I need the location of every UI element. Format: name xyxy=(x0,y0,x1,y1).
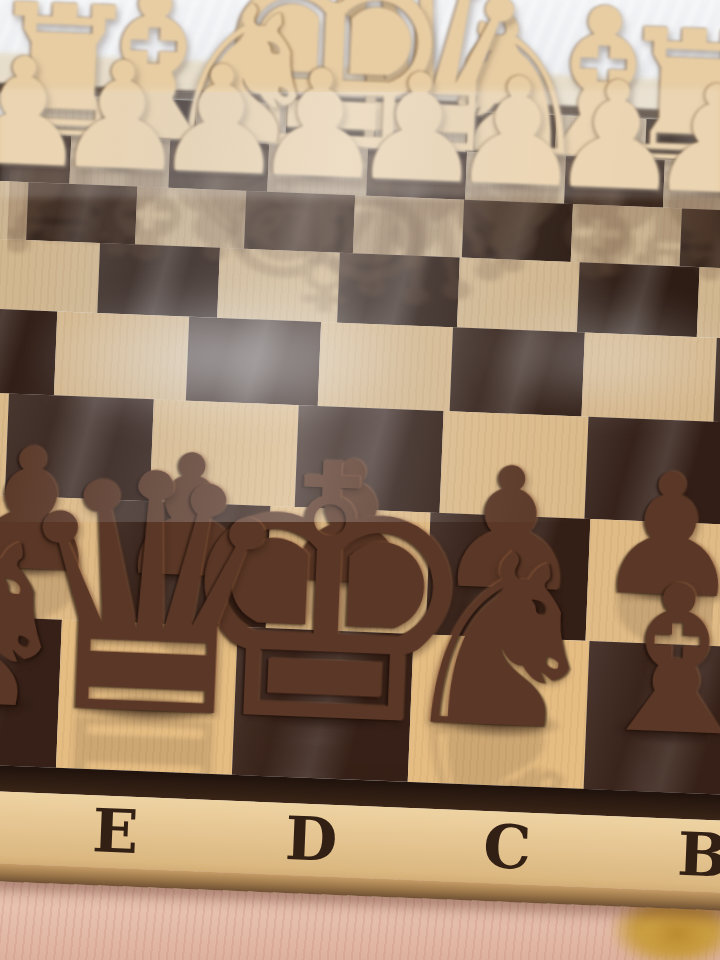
file-label-d: D xyxy=(268,804,355,873)
piece-white-king-e1: ♚ xyxy=(189,0,479,194)
piece-white-bishop-g1: ♝ xyxy=(46,0,261,174)
file-label-e: E xyxy=(72,796,159,865)
piece-white-queen-d1: ♛ xyxy=(288,0,559,195)
file-label-c: C xyxy=(464,812,551,881)
file-label-b: B xyxy=(660,820,720,889)
chess-board: ♜♝♞♚♛♞♝♜♟♟♟♟♟♟♟♟♟♟♟♟♟♟♟♟♜♝♞♛♚♞♝♜ ♜♝♞♚♛♞♝… xyxy=(0,0,720,960)
chess-photo-scene: ♜♝♞♚♛♞♝♜♟♟♟♟♟♟♟♟♟♟♟♟♟♟♟♟♜♝♞♛♚♞♝♜ ♜♝♞♚♛♞♝… xyxy=(0,0,720,960)
